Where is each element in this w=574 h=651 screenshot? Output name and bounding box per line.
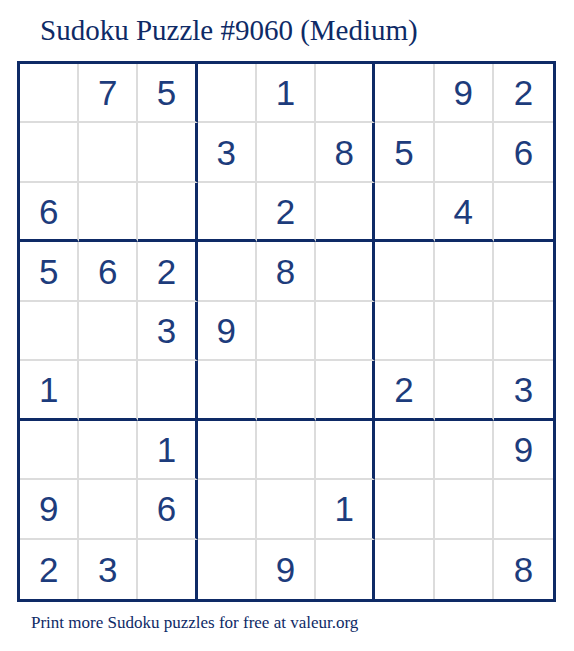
sudoku-cell-r3c5: 2 [257, 183, 316, 242]
footer-text: Print more Sudoku puzzles for free at va… [31, 613, 358, 633]
sudoku-cell-r3c6 [316, 183, 375, 242]
sudoku-cell-r8c4 [198, 480, 257, 539]
sudoku-cell-r5c5 [257, 302, 316, 361]
sudoku-cell-r2c1 [20, 123, 79, 182]
sudoku-cell-r2c4: 3 [198, 123, 257, 182]
sudoku-cell-r1c6 [316, 64, 375, 123]
sudoku-cell-r3c1: 6 [20, 183, 79, 242]
sudoku-cell-r7c2 [79, 421, 138, 480]
sudoku-cell-r6c5 [257, 361, 316, 420]
sudoku-cell-r1c2: 7 [79, 64, 138, 123]
sudoku-cell-r9c8 [435, 540, 494, 599]
sudoku-cell-r9c1: 2 [20, 540, 79, 599]
sudoku-cell-r3c4 [198, 183, 257, 242]
sudoku-cell-r1c4 [198, 64, 257, 123]
sudoku-cell-r4c6 [316, 242, 375, 301]
sudoku-cell-r5c4: 9 [198, 302, 257, 361]
sudoku-cell-r9c5: 9 [257, 540, 316, 599]
sudoku-cell-r4c1: 5 [20, 242, 79, 301]
sudoku-cell-r7c7 [375, 421, 434, 480]
sudoku-cell-r1c7 [375, 64, 434, 123]
sudoku-cell-r6c6 [316, 361, 375, 420]
sudoku-cell-r2c9: 6 [494, 123, 553, 182]
sudoku-cell-r1c3: 5 [138, 64, 197, 123]
sudoku-cell-r3c9 [494, 183, 553, 242]
sudoku-cell-r6c9: 3 [494, 361, 553, 420]
sudoku-cell-r8c6: 1 [316, 480, 375, 539]
sudoku-cell-r7c3: 1 [138, 421, 197, 480]
sudoku-cell-r4c8 [435, 242, 494, 301]
sudoku-cell-r5c1 [20, 302, 79, 361]
sudoku-cell-r3c8: 4 [435, 183, 494, 242]
page-title: Sudoku Puzzle #9060 (Medium) [40, 14, 418, 47]
sudoku-cell-r3c7 [375, 183, 434, 242]
sudoku-cell-r6c1: 1 [20, 361, 79, 420]
sudoku-cell-r9c6 [316, 540, 375, 599]
sudoku-cell-r9c9: 8 [494, 540, 553, 599]
sudoku-cell-r7c5 [257, 421, 316, 480]
sudoku-cell-r2c7: 5 [375, 123, 434, 182]
sudoku-cell-r7c9: 9 [494, 421, 553, 480]
sudoku-cell-r4c2: 6 [79, 242, 138, 301]
sudoku-cell-r7c6 [316, 421, 375, 480]
sudoku-cell-r9c7 [375, 540, 434, 599]
sudoku-cell-r2c2 [79, 123, 138, 182]
sudoku-cell-r7c8 [435, 421, 494, 480]
sudoku-cell-r4c9 [494, 242, 553, 301]
sudoku-cell-r1c8: 9 [435, 64, 494, 123]
sudoku-cell-r6c2 [79, 361, 138, 420]
sudoku-cell-r5c3: 3 [138, 302, 197, 361]
sudoku-cell-r3c2 [79, 183, 138, 242]
sudoku-cell-r4c3: 2 [138, 242, 197, 301]
sudoku-cell-r5c7 [375, 302, 434, 361]
sudoku-cell-r8c2 [79, 480, 138, 539]
sudoku-cell-r6c4 [198, 361, 257, 420]
sudoku-cell-r8c7 [375, 480, 434, 539]
sudoku-cell-r5c6 [316, 302, 375, 361]
sudoku-cell-r8c1: 9 [20, 480, 79, 539]
sudoku-cell-r9c2: 3 [79, 540, 138, 599]
sudoku-cell-r8c5 [257, 480, 316, 539]
sudoku-cell-r8c9 [494, 480, 553, 539]
sudoku-cell-r9c4 [198, 540, 257, 599]
sudoku-cell-r1c1 [20, 64, 79, 123]
sudoku-cell-r1c5: 1 [257, 64, 316, 123]
sudoku-cell-r4c7 [375, 242, 434, 301]
sudoku-cell-r4c4 [198, 242, 257, 301]
sudoku-cell-r5c2 [79, 302, 138, 361]
sudoku-cell-r4c5: 8 [257, 242, 316, 301]
sudoku-cell-r6c8 [435, 361, 494, 420]
sudoku-cell-r5c9 [494, 302, 553, 361]
sudoku-cell-r6c3 [138, 361, 197, 420]
sudoku-cell-r2c6: 8 [316, 123, 375, 182]
sudoku-cell-r1c9: 2 [494, 64, 553, 123]
sudoku-cell-r2c8 [435, 123, 494, 182]
sudoku-cell-r5c8 [435, 302, 494, 361]
sudoku-cell-r8c8 [435, 480, 494, 539]
sudoku-cell-r7c1 [20, 421, 79, 480]
sudoku-cell-r6c7: 2 [375, 361, 434, 420]
sudoku-board: 751923856624562839123199612398 [17, 61, 556, 602]
sudoku-cell-r9c3 [138, 540, 197, 599]
sudoku-cell-r2c3 [138, 123, 197, 182]
sudoku-cell-r8c3: 6 [138, 480, 197, 539]
sudoku-cell-r2c5 [257, 123, 316, 182]
sudoku-cell-r3c3 [138, 183, 197, 242]
sudoku-cell-r7c4 [198, 421, 257, 480]
